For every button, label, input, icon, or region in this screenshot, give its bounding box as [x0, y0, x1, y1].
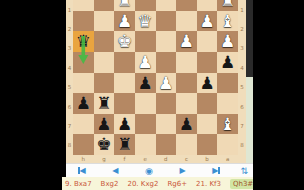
square-e7[interactable] [135, 114, 156, 135]
chess-board: ♜♜♟♛♟♝♛♚♟♟♟♟♟♟♟♟♜♟♟♟♝♚♜ [73, 0, 238, 155]
previous-move-icon[interactable]: ◀ [112, 165, 118, 177]
file-label-g: g [94, 155, 115, 163]
skip-to-end-icon[interactable]: ▶ [212, 165, 220, 177]
square-g2[interactable] [94, 11, 115, 32]
square-e8[interactable] [135, 134, 156, 155]
move-token-current[interactable]: Qh3# [230, 179, 253, 189]
autoplay-icon-glyph: ◉ [145, 165, 153, 177]
square-b4[interactable] [197, 52, 218, 73]
piece-black-P-a4[interactable]: ♟ [217, 52, 238, 73]
square-b6[interactable] [197, 93, 218, 114]
nav-button-group: ◀◀◉▶▶ [78, 165, 220, 177]
side-strip-dark [246, 0, 253, 77]
square-c7[interactable]: ♟ [176, 114, 197, 135]
square-b5[interactable]: ♟ [197, 73, 218, 94]
square-c3[interactable]: ♟ [176, 31, 197, 52]
square-a4[interactable]: ♟ [217, 52, 238, 73]
square-a7[interactable]: ♝ [217, 114, 238, 135]
square-a3[interactable]: ♟ [217, 31, 238, 52]
square-b7[interactable] [197, 114, 218, 135]
move-token[interactable]: 21. Kf3 [196, 180, 221, 188]
rank-label-8: 8 [238, 136, 246, 155]
piece-white-P-f2[interactable]: ♟ [114, 11, 135, 32]
square-d8[interactable] [156, 134, 177, 155]
square-b2[interactable]: ♟ [197, 11, 218, 32]
square-d2[interactable] [156, 11, 177, 32]
rank-labels-left: 12345678 [66, 0, 73, 155]
rank-label-7: 7 [66, 116, 73, 135]
piece-white-R-f1[interactable]: ♜ [114, 0, 135, 11]
square-f8[interactable]: ♜ [114, 134, 135, 155]
move-token[interactable]: 20. Kxg2 [127, 180, 158, 188]
skip-to-start-icon[interactable]: ◀ [78, 165, 86, 177]
previous-move-icon-glyph: ◀ [112, 165, 118, 177]
rank-label-5: 5 [238, 78, 246, 97]
square-a2[interactable]: ♝ [217, 11, 238, 32]
rank-label-3: 3 [238, 39, 246, 58]
square-f7[interactable]: ♟ [114, 114, 135, 135]
rank-label-2: 2 [238, 19, 246, 38]
square-f4[interactable] [114, 52, 135, 73]
move-token[interactable]: Rg6+ [167, 180, 187, 188]
square-c2[interactable] [176, 11, 197, 32]
piece-black-P-b5[interactable]: ♟ [197, 73, 218, 94]
rank-labels-right: 12345678 [238, 0, 246, 155]
side-strip-light [246, 77, 253, 163]
rank-label-3: 3 [66, 39, 73, 58]
square-h7[interactable] [73, 114, 94, 135]
square-e3[interactable] [135, 31, 156, 52]
square-b8[interactable] [197, 134, 218, 155]
next-move-icon-glyph: ▶ [180, 165, 186, 177]
square-f1[interactable]: ♜ [114, 0, 135, 11]
video-frame: 12345678 ♜♜♟♛♟♝♛♚♟♟♟♟♟♟♟♟♜♟♟♟♝♚♜ 1234567… [0, 0, 304, 190]
square-a5[interactable] [217, 73, 238, 94]
square-a6[interactable] [217, 93, 238, 114]
file-label-a: a [217, 155, 238, 163]
square-d4[interactable] [156, 52, 177, 73]
square-g4[interactable] [94, 52, 115, 73]
square-e4[interactable]: ♟ [135, 52, 156, 73]
square-f5[interactable] [114, 73, 135, 94]
square-d6[interactable] [156, 93, 177, 114]
square-c4[interactable] [176, 52, 197, 73]
piece-black-K-g8[interactable]: ♚ [94, 134, 115, 155]
next-move-icon[interactable]: ▶ [180, 165, 186, 177]
piece-white-P-e4[interactable]: ♟ [135, 52, 156, 73]
square-e2[interactable]: ♛ [135, 11, 156, 32]
square-g1[interactable] [94, 0, 115, 11]
piece-white-R-a1[interactable]: ♜ [217, 0, 238, 11]
square-h5[interactable] [73, 73, 94, 94]
piece-white-P-a3[interactable]: ♟ [217, 31, 238, 52]
square-h6[interactable]: ♟ [73, 93, 94, 114]
square-a8[interactable] [217, 134, 238, 155]
square-f6[interactable] [114, 93, 135, 114]
piece-black-P-f7[interactable]: ♟ [114, 114, 135, 135]
square-c5[interactable] [176, 73, 197, 94]
square-d7[interactable] [156, 114, 177, 135]
piece-white-P-d5[interactable]: ♟ [156, 73, 177, 94]
piece-black-P-e5[interactable]: ♟ [135, 73, 156, 94]
square-g6[interactable]: ♜ [94, 93, 115, 114]
rank-label-1: 1 [66, 0, 73, 19]
square-f3[interactable]: ♚ [114, 31, 135, 52]
file-label-f: f [114, 155, 135, 163]
square-a1[interactable]: ♜ [217, 0, 238, 11]
rank-label-8: 8 [66, 136, 73, 155]
piece-white-Q-e2[interactable]: ♛ [135, 11, 156, 32]
square-g3[interactable] [94, 31, 115, 52]
skip-to-start-icon-glyph: ◀ [80, 165, 86, 177]
square-h4[interactable] [73, 52, 94, 73]
rank-label-4: 4 [66, 58, 73, 77]
square-h1[interactable] [73, 0, 94, 11]
square-d1[interactable] [156, 0, 177, 11]
file-label-h: h [73, 155, 94, 163]
rank-label-1: 1 [238, 0, 246, 19]
rank-label-7: 7 [238, 116, 246, 135]
square-b1[interactable] [197, 0, 218, 11]
piece-black-P-c7[interactable]: ♟ [176, 114, 197, 135]
piece-black-R-f8[interactable]: ♜ [114, 134, 135, 155]
square-c6[interactable] [176, 93, 197, 114]
square-g8[interactable]: ♚ [94, 134, 115, 155]
piece-black-P-g7[interactable]: ♟ [94, 114, 115, 135]
piece-white-K-f3[interactable]: ♚ [114, 31, 135, 52]
file-label-b: b [197, 155, 218, 163]
skip-to-end-icon-glyph [218, 167, 220, 174]
rank-label-2: 2 [66, 19, 73, 38]
board-clip: ♜♜♟♛♟♝♛♚♟♟♟♟♟♟♟♟♜♟♟♟♝♚♜ [73, 0, 238, 155]
file-label-e: e [135, 155, 156, 163]
square-e6[interactable] [135, 93, 156, 114]
piece-black-R-g6[interactable]: ♜ [94, 93, 115, 114]
square-c1[interactable] [176, 0, 197, 11]
flip-board-icon[interactable]: ⇅ [240, 165, 248, 177]
file-labels: hgfedcba [66, 155, 246, 163]
rank-label-6: 6 [238, 97, 246, 116]
square-h3[interactable]: ♛ [73, 31, 94, 52]
piece-white-B-a2[interactable]: ♝ [217, 11, 238, 32]
square-b3[interactable] [197, 31, 218, 52]
square-h2[interactable] [73, 11, 94, 32]
square-g7[interactable]: ♟ [94, 114, 115, 135]
square-c8[interactable] [176, 134, 197, 155]
square-h8[interactable] [73, 134, 94, 155]
square-d5[interactable]: ♟ [156, 73, 177, 94]
piece-black-Q-h3[interactable]: ♛ [73, 31, 94, 52]
autoplay-icon[interactable]: ◉ [145, 165, 153, 177]
square-f2[interactable]: ♟ [114, 11, 135, 32]
piece-white-P-c3[interactable]: ♟ [176, 31, 197, 52]
square-e1[interactable] [135, 0, 156, 11]
square-e5[interactable]: ♟ [135, 73, 156, 94]
move-token[interactable]: 9. Bxa7 [65, 180, 92, 188]
square-d3[interactable] [156, 31, 177, 52]
move-token[interactable]: Bxg2 [101, 180, 119, 188]
piece-black-P-h6[interactable]: ♟ [73, 93, 94, 114]
rank-label-6: 6 [66, 97, 73, 116]
file-label-c: c [176, 155, 197, 163]
move-list-bar: 9. Bxa7Bxg220. Kxg2Rg6+21. Kf3Qh3# [62, 177, 253, 190]
rank-label-5: 5 [66, 78, 73, 97]
navigation-bar: ◀◀◉▶▶ ⇅ [66, 163, 253, 177]
piece-white-B-a7[interactable]: ♝ [217, 114, 238, 135]
file-label-d: d [156, 155, 177, 163]
rank-label-4: 4 [238, 58, 246, 77]
piece-white-P-b2[interactable]: ♟ [197, 11, 218, 32]
square-g5[interactable] [94, 73, 115, 94]
